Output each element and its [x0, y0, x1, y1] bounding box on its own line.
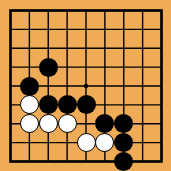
white-stone[interactable]: ○	[39, 114, 58, 133]
white-stone[interactable]: ○	[20, 114, 39, 133]
go-board[interactable]: ●●○●●●○○○●●○○●●	[0, 0, 171, 171]
screenshot-canvas: ●●○●●●○○○●●○○●●	[0, 0, 171, 171]
black-stone[interactable]: ●	[58, 95, 77, 114]
black-stone[interactable]: ●	[20, 77, 39, 96]
white-stone[interactable]: ○	[58, 114, 77, 133]
black-stone[interactable]: ●	[77, 95, 96, 114]
black-stone[interactable]: ●	[39, 95, 58, 114]
black-stone[interactable]: ●	[39, 58, 58, 77]
white-stone[interactable]: ○	[77, 133, 96, 152]
star-point	[84, 84, 88, 88]
